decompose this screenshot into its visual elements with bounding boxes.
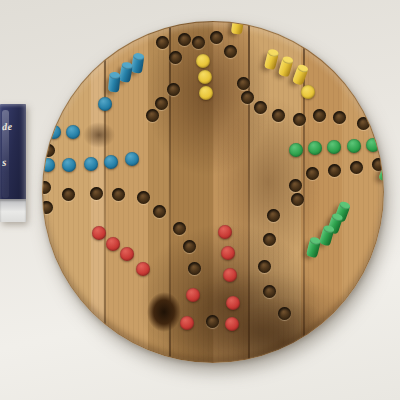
board-hole[interactable] (178, 33, 191, 46)
peg-yellow[interactable] (196, 54, 210, 68)
peg-red[interactable] (106, 237, 120, 251)
board-hole[interactable] (313, 109, 326, 122)
peg-blue[interactable] (42, 158, 55, 172)
peg-green[interactable] (289, 143, 303, 157)
plank-seam (104, 22, 106, 362)
board-hole[interactable] (155, 97, 168, 110)
board-hole[interactable] (291, 193, 304, 206)
peg-red[interactable] (226, 296, 240, 310)
board-hole[interactable] (357, 117, 370, 130)
board-hole[interactable] (173, 222, 186, 235)
board-hole[interactable] (328, 164, 341, 177)
board-hole[interactable] (183, 240, 196, 253)
peg-yellow-standing[interactable] (292, 64, 309, 86)
board-hole[interactable] (289, 179, 302, 192)
board-hole[interactable] (224, 45, 237, 58)
card-box: de s (0, 104, 26, 222)
peg-blue[interactable] (98, 97, 112, 111)
peg-green[interactable] (308, 141, 322, 155)
board-hole[interactable] (350, 161, 363, 174)
peg-red[interactable] (221, 246, 235, 260)
peg-yellow-standing[interactable] (230, 21, 244, 35)
board-hole[interactable] (112, 188, 125, 201)
board-hole[interactable] (254, 101, 267, 114)
board-hole[interactable] (90, 187, 103, 200)
peg-red[interactable] (223, 268, 237, 282)
peg-yellow-standing[interactable] (277, 56, 293, 77)
peg-yellow[interactable] (199, 86, 213, 100)
peg-blue-standing[interactable] (118, 62, 132, 83)
board-hole[interactable] (42, 181, 51, 194)
board-hole[interactable] (167, 83, 180, 96)
peg-green[interactable] (347, 139, 361, 153)
board-hole[interactable] (237, 77, 250, 90)
board-hole[interactable] (137, 191, 150, 204)
peg-yellow[interactable] (198, 70, 212, 84)
board-hole[interactable] (206, 315, 219, 328)
board-hole[interactable] (188, 262, 201, 275)
peg-green[interactable] (327, 140, 341, 154)
peg-blue[interactable] (84, 157, 98, 171)
peg-red[interactable] (92, 226, 106, 240)
photo-scene: de s (0, 0, 400, 400)
board-hole[interactable] (153, 205, 166, 218)
game-board (42, 21, 384, 363)
board-hole[interactable] (306, 167, 319, 180)
board-hole[interactable] (263, 285, 276, 298)
board-hole[interactable] (258, 260, 271, 273)
peg-red[interactable] (136, 262, 150, 276)
peg-yellow-standing[interactable] (263, 49, 278, 70)
peg-blue[interactable] (66, 125, 80, 139)
board-hole[interactable] (293, 113, 306, 126)
peg-blue-standing[interactable] (130, 53, 144, 73)
peg-green-standing[interactable] (305, 237, 320, 258)
board-hole[interactable] (169, 51, 182, 64)
card-box-clear-wrap (0, 199, 26, 222)
board-hole[interactable] (146, 109, 159, 122)
board-hole[interactable] (241, 91, 254, 104)
board-hole[interactable] (263, 233, 276, 246)
peg-green-standing[interactable] (318, 225, 334, 246)
peg-red[interactable] (225, 317, 239, 331)
wood-knot (83, 122, 115, 148)
board-hole[interactable] (278, 307, 291, 320)
board-hole[interactable] (210, 31, 223, 44)
board-hole[interactable] (156, 36, 169, 49)
card-box-text-line2: s (2, 156, 7, 168)
peg-blue[interactable] (125, 152, 139, 166)
wood-knot (147, 292, 181, 332)
peg-red[interactable] (180, 316, 194, 330)
peg-blue[interactable] (62, 158, 76, 172)
peg-blue-standing[interactable] (107, 73, 120, 93)
board-hole[interactable] (62, 188, 75, 201)
board-hole[interactable] (42, 201, 53, 214)
peg-red[interactable] (218, 225, 232, 239)
peg-red[interactable] (120, 247, 134, 261)
board-hole[interactable] (192, 36, 205, 49)
card-box-text-line1: de (2, 121, 13, 133)
board-hole[interactable] (272, 109, 285, 122)
peg-blue[interactable] (104, 155, 118, 169)
board-hole[interactable] (333, 111, 346, 124)
peg-yellow[interactable] (301, 85, 315, 99)
peg-red[interactable] (186, 288, 200, 302)
board-hole[interactable] (267, 209, 280, 222)
